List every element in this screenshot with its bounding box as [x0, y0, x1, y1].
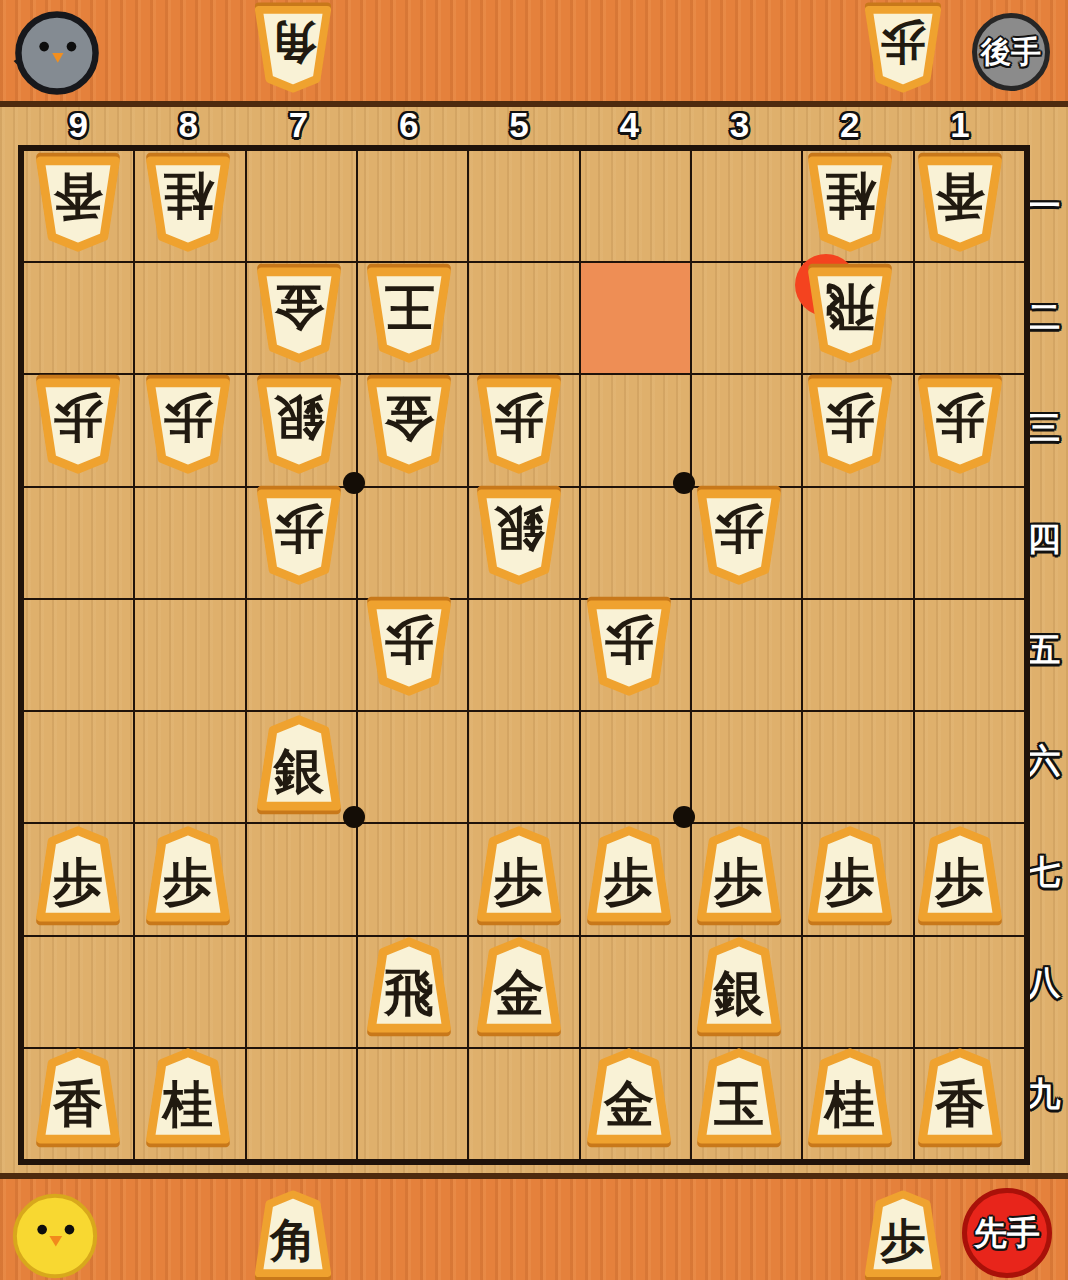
- square-9-8[interactable]: [23, 936, 134, 1048]
- square-5-5[interactable]: [468, 599, 579, 711]
- shogi-piece-sente-歩[interactable]: 歩: [31, 822, 125, 922]
- square-9-4[interactable]: [23, 487, 134, 599]
- svg-text:歩: 歩: [384, 612, 435, 668]
- svg-text:桂: 桂: [161, 1076, 213, 1132]
- shogi-piece-sente-歩[interactable]: 歩: [141, 822, 235, 922]
- file-label-3: 3: [717, 106, 761, 144]
- gote-bar: 角 歩 後手: [0, 0, 1068, 107]
- svg-text:香: 香: [53, 168, 104, 224]
- svg-text:歩: 歩: [494, 390, 545, 446]
- shogi-piece-gote-歩[interactable]: 歩: [913, 378, 1007, 478]
- square-6-1[interactable]: [357, 150, 468, 262]
- square-5-9[interactable]: [468, 1048, 579, 1160]
- shogi-piece-gote-香[interactable]: 香: [31, 156, 125, 256]
- square-4-8[interactable]: [580, 936, 691, 1048]
- svg-text:金: 金: [274, 279, 325, 335]
- svg-text:銀: 銀: [273, 390, 326, 446]
- square-8-8[interactable]: [134, 936, 245, 1048]
- shogi-piece-sente-歩[interactable]: 歩: [861, 1186, 945, 1278]
- svg-text:歩: 歩: [934, 854, 985, 910]
- square-9-5[interactable]: [23, 599, 134, 711]
- shogi-piece-gote-歩[interactable]: 歩: [582, 600, 676, 700]
- gote-badge-label: 後手: [981, 32, 1041, 73]
- sente-bar: 角 歩 先手: [0, 1173, 1068, 1280]
- shogi-piece-gote-歩[interactable]: 歩: [861, 5, 945, 97]
- svg-text:香: 香: [935, 168, 986, 224]
- file-label-9: 9: [56, 106, 100, 144]
- svg-text:王: 王: [384, 279, 434, 335]
- shogi-piece-gote-歩[interactable]: 歩: [252, 489, 346, 589]
- square-1-5[interactable]: [914, 599, 1025, 711]
- square-4-2[interactable]: [580, 262, 691, 374]
- svg-text:歩: 歩: [163, 390, 214, 446]
- shogi-piece-sente-香[interactable]: 香: [31, 1044, 125, 1144]
- svg-text:歩: 歩: [493, 854, 544, 910]
- square-5-6[interactable]: [468, 711, 579, 823]
- svg-text:金: 金: [493, 965, 544, 1021]
- square-3-1[interactable]: [691, 150, 802, 262]
- svg-text:香: 香: [934, 1076, 985, 1132]
- square-4-6[interactable]: [580, 711, 691, 823]
- svg-text:銀: 銀: [272, 743, 325, 799]
- square-7-5[interactable]: [246, 599, 357, 711]
- square-2-5[interactable]: [802, 599, 913, 711]
- square-3-2[interactable]: [691, 262, 802, 374]
- svg-text:歩: 歩: [53, 390, 104, 446]
- shogi-piece-sente-歩[interactable]: 歩: [472, 822, 566, 922]
- square-1-2[interactable]: [914, 262, 1025, 374]
- svg-text:桂: 桂: [825, 168, 877, 224]
- svg-text:歩: 歩: [52, 854, 103, 910]
- square-1-6[interactable]: [914, 711, 1025, 823]
- shogi-board: 香 桂 桂 香 金 王 飛 歩: [18, 145, 1030, 1165]
- square-6-7[interactable]: [357, 823, 468, 935]
- shogi-piece-gote-角[interactable]: 角: [251, 5, 335, 97]
- square-7-9[interactable]: [246, 1048, 357, 1160]
- square-6-6[interactable]: [357, 711, 468, 823]
- svg-text:桂: 桂: [163, 168, 215, 224]
- sente-avatar-chick-icon: [10, 1191, 100, 1280]
- svg-text:歩: 歩: [824, 854, 875, 910]
- square-5-2[interactable]: [468, 262, 579, 374]
- svg-text:飛: 飛: [383, 965, 434, 1021]
- file-label-1: 1: [938, 106, 982, 144]
- shogi-piece-gote-銀[interactable]: 銀: [252, 378, 346, 478]
- square-8-6[interactable]: [134, 711, 245, 823]
- shogi-piece-gote-香[interactable]: 香: [913, 156, 1007, 256]
- shogi-piece-sente-玉[interactable]: 玉: [692, 1044, 786, 1144]
- file-label-6: 6: [387, 106, 431, 144]
- square-7-1[interactable]: [246, 150, 357, 262]
- square-9-2[interactable]: [23, 262, 134, 374]
- svg-text:歩: 歩: [880, 17, 927, 68]
- svg-text:歩: 歩: [879, 1215, 926, 1266]
- shogi-piece-gote-金[interactable]: 金: [252, 267, 346, 367]
- svg-text:飛: 飛: [825, 279, 876, 335]
- square-8-4[interactable]: [134, 487, 245, 599]
- square-4-3[interactable]: [580, 374, 691, 486]
- shogi-piece-gote-桂[interactable]: 桂: [803, 156, 897, 256]
- square-2-4[interactable]: [802, 487, 913, 599]
- shogi-piece-sente-銀[interactable]: 銀: [692, 933, 786, 1033]
- file-label-8: 8: [166, 106, 210, 144]
- shogi-piece-gote-桂[interactable]: 桂: [141, 156, 235, 256]
- square-3-3[interactable]: [691, 374, 802, 486]
- square-1-4[interactable]: [914, 487, 1025, 599]
- svg-text:玉: 玉: [714, 1076, 764, 1132]
- shogi-piece-sente-金[interactable]: 金: [582, 1044, 676, 1144]
- square-5-1[interactable]: [468, 150, 579, 262]
- shogi-piece-gote-王[interactable]: 王: [362, 267, 456, 367]
- shogi-app: 角 歩 後手 987654321 一二三四五六七八九 香 桂 桂: [0, 0, 1068, 1280]
- shogi-piece-sente-桂[interactable]: 桂: [803, 1044, 897, 1144]
- shogi-piece-gote-銀[interactable]: 銀: [472, 489, 566, 589]
- shogi-piece-sente-歩[interactable]: 歩: [582, 822, 676, 922]
- svg-text:銀: 銀: [493, 501, 546, 557]
- square-1-8[interactable]: [914, 936, 1025, 1048]
- svg-text:香: 香: [52, 1076, 103, 1132]
- shogi-piece-gote-歩[interactable]: 歩: [692, 489, 786, 589]
- shogi-piece-gote-歩[interactable]: 歩: [472, 378, 566, 478]
- shogi-piece-sente-歩[interactable]: 歩: [803, 822, 897, 922]
- square-2-6[interactable]: [802, 711, 913, 823]
- square-7-7[interactable]: [246, 823, 357, 935]
- square-6-9[interactable]: [357, 1048, 468, 1160]
- shogi-piece-sente-金[interactable]: 金: [472, 933, 566, 1033]
- file-label-4: 4: [607, 106, 651, 144]
- square-4-4[interactable]: [580, 487, 691, 599]
- shogi-piece-sente-銀[interactable]: 銀: [252, 711, 346, 811]
- square-8-5[interactable]: [134, 599, 245, 711]
- svg-text:歩: 歩: [604, 612, 655, 668]
- svg-text:歩: 歩: [935, 390, 986, 446]
- svg-text:角: 角: [268, 1215, 316, 1266]
- sente-badge-label: 先手: [974, 1211, 1040, 1256]
- svg-text:歩: 歩: [162, 854, 213, 910]
- svg-text:金: 金: [603, 1076, 654, 1132]
- shogi-piece-sente-香[interactable]: 香: [913, 1044, 1007, 1144]
- shogi-piece-sente-桂[interactable]: 桂: [141, 1044, 235, 1144]
- shogi-piece-gote-歩[interactable]: 歩: [141, 378, 235, 478]
- svg-text:歩: 歩: [825, 390, 876, 446]
- square-9-6[interactable]: [23, 711, 134, 823]
- shogi-piece-sente-歩[interactable]: 歩: [692, 822, 786, 922]
- shogi-piece-gote-金[interactable]: 金: [362, 378, 456, 478]
- sente-badge: 先手: [962, 1188, 1052, 1278]
- square-2-8[interactable]: [802, 936, 913, 1048]
- shogi-piece-sente-飛[interactable]: 飛: [362, 933, 456, 1033]
- square-3-5[interactable]: [691, 599, 802, 711]
- svg-text:歩: 歩: [714, 501, 765, 557]
- file-label-7: 7: [277, 106, 321, 144]
- shogi-piece-gote-歩[interactable]: 歩: [31, 378, 125, 478]
- svg-text:歩: 歩: [603, 854, 654, 910]
- square-8-2[interactable]: [134, 262, 245, 374]
- shogi-piece-gote-歩[interactable]: 歩: [362, 600, 456, 700]
- shogi-piece-sente-歩[interactable]: 歩: [913, 822, 1007, 922]
- svg-text:歩: 歩: [274, 501, 325, 557]
- svg-text:桂: 桂: [823, 1076, 875, 1132]
- svg-text:金: 金: [384, 390, 435, 446]
- shogi-piece-gote-飛[interactable]: 飛: [803, 267, 897, 367]
- square-6-4[interactable]: [357, 487, 468, 599]
- svg-text:銀: 銀: [712, 965, 765, 1021]
- square-4-1[interactable]: [580, 150, 691, 262]
- shogi-piece-sente-角[interactable]: 角: [251, 1186, 335, 1278]
- gote-badge: 後手: [972, 13, 1050, 91]
- star-point: [343, 806, 365, 828]
- square-3-6[interactable]: [691, 711, 802, 823]
- svg-text:歩: 歩: [713, 854, 764, 910]
- svg-text:角: 角: [270, 17, 318, 68]
- file-label-2: 2: [828, 106, 872, 144]
- square-7-8[interactable]: [246, 936, 357, 1048]
- shogi-piece-gote-歩[interactable]: 歩: [803, 378, 897, 478]
- file-label-5: 5: [497, 106, 541, 144]
- gote-avatar-bird-icon: [12, 8, 102, 98]
